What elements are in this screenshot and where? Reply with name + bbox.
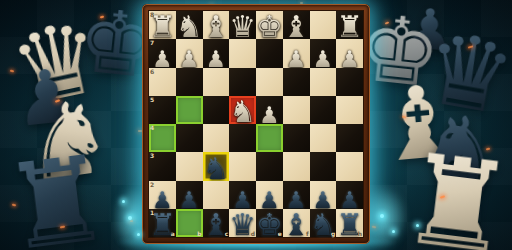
square-g2[interactable]: ♟: [310, 181, 337, 209]
square-d7[interactable]: [229, 39, 256, 67]
chess-board-frame: 8♜♞♝♛♚♝♜7♟♟♟♟♟♟65♞♟43♞2♟♟♟♟♟♟♟1a♜bc♝d♛e♚…: [142, 4, 370, 244]
square-f1[interactable]: f♝: [283, 209, 310, 237]
square-h7[interactable]: ♟: [336, 39, 363, 67]
square-c1[interactable]: c♝: [203, 209, 230, 237]
square-f5[interactable]: [283, 96, 310, 124]
decor-white-rook-right: ♜: [395, 136, 512, 250]
square-e2[interactable]: ♟: [256, 181, 283, 209]
square-b4[interactable]: [176, 124, 203, 152]
rank-label-6: 6: [150, 68, 154, 75]
square-h6[interactable]: [336, 68, 363, 96]
cyan-sparkle: [128, 216, 132, 220]
square-e1[interactable]: e♚: [256, 209, 283, 237]
square-f6[interactable]: [283, 68, 310, 96]
square-e7[interactable]: [256, 39, 283, 67]
square-b7[interactable]: ♟: [176, 39, 203, 67]
rank-label-8: 8: [150, 11, 154, 18]
square-c5[interactable]: [203, 96, 230, 124]
square-c3[interactable]: ♞: [203, 152, 230, 180]
file-label-g: g: [331, 230, 335, 237]
square-g7[interactable]: ♟: [310, 39, 337, 67]
square-h3[interactable]: [336, 152, 363, 180]
square-a3[interactable]: 3: [149, 152, 176, 180]
square-b5[interactable]: [176, 96, 203, 124]
decor-dark-rook-left: ♜: [0, 138, 117, 250]
square-b2[interactable]: ♟: [176, 181, 203, 209]
rank-label-5: 5: [150, 96, 154, 103]
square-g8[interactable]: [310, 11, 337, 39]
square-f2[interactable]: ♟: [283, 181, 310, 209]
square-a2[interactable]: 2♟: [149, 181, 176, 209]
rank-label-2: 2: [150, 181, 154, 188]
file-label-e: e: [278, 230, 282, 237]
spark-particle: [402, 116, 406, 119]
cyan-sparkle: [380, 214, 384, 218]
square-f4[interactable]: [283, 124, 310, 152]
piece-white-queen-d8[interactable]: ♛: [229, 12, 256, 42]
square-a4[interactable]: 4: [149, 124, 176, 152]
file-label-f: f: [306, 230, 309, 237]
piece-white-king-e8[interactable]: ♚: [256, 12, 283, 42]
square-d2[interactable]: ♟: [229, 181, 256, 209]
square-c4[interactable]: [203, 124, 230, 152]
square-d1[interactable]: d♛: [229, 209, 256, 237]
cyan-sparkle: [122, 200, 125, 203]
square-a7[interactable]: 7♟: [149, 39, 176, 67]
square-f8[interactable]: ♝: [283, 11, 310, 39]
square-a1[interactable]: 1a♜: [149, 209, 176, 237]
square-e4[interactable]: [256, 124, 283, 152]
square-d3[interactable]: [229, 152, 256, 180]
square-d4[interactable]: [229, 124, 256, 152]
square-b3[interactable]: [176, 152, 203, 180]
square-d8[interactable]: ♛: [229, 11, 256, 39]
square-a6[interactable]: 6: [149, 68, 176, 96]
file-label-a: a: [171, 230, 175, 237]
rank-label-4: 4: [150, 124, 154, 131]
rank-label-1: 1: [150, 209, 154, 216]
square-h2[interactable]: ♟: [336, 181, 363, 209]
rank-label-7: 7: [150, 39, 154, 46]
cyan-sparkle: [137, 233, 140, 236]
square-g3[interactable]: [310, 152, 337, 180]
square-c2[interactable]: [203, 181, 230, 209]
square-g4[interactable]: [310, 124, 337, 152]
square-c6[interactable]: [203, 68, 230, 96]
square-h4[interactable]: [336, 124, 363, 152]
square-c7[interactable]: ♟: [203, 39, 230, 67]
square-a5[interactable]: 5: [149, 96, 176, 124]
square-g5[interactable]: [310, 96, 337, 124]
file-label-d: d: [251, 230, 255, 237]
file-label-c: c: [225, 230, 229, 237]
piece-white-bishop-c8[interactable]: ♝: [202, 12, 229, 42]
spark-particle: [372, 226, 376, 229]
game-screen: ♚♛♟♞♜♟♚♛♝♞♜ 8♜♞♝♛♚♝♜7♟♟♟♟♟♟65♞♟43♞2♟♟♟♟♟…: [0, 0, 512, 250]
square-b6[interactable]: [176, 68, 203, 96]
square-h5[interactable]: [336, 96, 363, 124]
file-label-b: b: [197, 230, 201, 237]
file-label-h: h: [358, 230, 362, 237]
square-h8[interactable]: ♜: [336, 11, 363, 39]
square-b1[interactable]: b: [176, 209, 203, 237]
square-e8[interactable]: ♚: [256, 11, 283, 39]
square-d5[interactable]: ♞: [229, 96, 256, 124]
piece-white-rook-h8[interactable]: ♜: [336, 12, 363, 42]
piece-white-knight-b8[interactable]: ♞: [176, 12, 203, 42]
square-c8[interactable]: ♝: [203, 11, 230, 39]
chess-board: 8♜♞♝♛♚♝♜7♟♟♟♟♟♟65♞♟43♞2♟♟♟♟♟♟♟1a♜bc♝d♛e♚…: [149, 11, 363, 237]
square-e3[interactable]: [256, 152, 283, 180]
piece-white-knight-d5[interactable]: ♞: [229, 97, 256, 127]
square-e6[interactable]: [256, 68, 283, 96]
square-a8[interactable]: 8♜: [149, 11, 176, 39]
piece-white-bishop-f8[interactable]: ♝: [283, 12, 310, 42]
cyan-sparkle: [416, 224, 419, 227]
square-f3[interactable]: [283, 152, 310, 180]
square-e5[interactable]: ♟: [256, 96, 283, 124]
square-g6[interactable]: [310, 68, 337, 96]
piece-black-knight-c3[interactable]: ♞: [202, 154, 229, 184]
spark-particle: [10, 70, 14, 73]
square-d6[interactable]: [229, 68, 256, 96]
cyan-sparkle: [392, 230, 395, 233]
spark-particle: [130, 220, 133, 222]
square-h1[interactable]: h♜: [336, 209, 363, 237]
square-g1[interactable]: g♞: [310, 209, 337, 237]
square-f7[interactable]: ♟: [283, 39, 310, 67]
square-b8[interactable]: ♞: [176, 11, 203, 39]
rank-label-3: 3: [150, 152, 154, 159]
